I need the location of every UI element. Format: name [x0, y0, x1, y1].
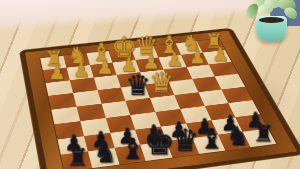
square-g8: ♞	[88, 148, 119, 168]
square-h5	[51, 107, 80, 124]
piece-white-queen-d4: ♛	[149, 69, 174, 97]
square-c3	[163, 67, 192, 82]
photo-scene: ♜♞♝♚♛♝♞♜♟♟♟♟♟♟♟♟♛♛♟♟♟♟♟♟♟♟♜♞♝♚♛♝♞♜	[0, 0, 300, 169]
square-d5	[150, 95, 180, 112]
square-f5	[101, 101, 130, 118]
piece-white-pawn-h2: ♟	[49, 62, 66, 81]
square-d1: ♛	[131, 46, 158, 60]
square-c1: ♝	[153, 43, 180, 57]
piece-black-king-e8: ♚	[144, 126, 175, 160]
piece-white-king-e1: ♚	[111, 33, 137, 62]
square-f1: ♝	[86, 51, 113, 65]
square-g3	[70, 77, 98, 93]
square-e1: ♚	[109, 48, 136, 62]
piece-black-knight-g8: ♞	[93, 140, 117, 167]
chess-board-wrap: ♜♞♝♚♛♝♞♜♟♟♟♟♟♟♟♟♛♛♟♟♟♟♟♟♟♟♜♞♝♚♛♝♞♜	[36, 0, 264, 169]
square-e8: ♚	[141, 142, 173, 161]
square-c4	[169, 79, 198, 95]
square-h2: ♟	[43, 68, 70, 83]
potted-plant	[248, 0, 300, 50]
square-a3	[209, 62, 238, 77]
piece-black-rook-a8: ♜	[253, 122, 274, 146]
piece-white-pawn-c2: ♟	[166, 50, 183, 69]
piece-black-knight-b8: ♞	[226, 123, 249, 149]
board-grid: ♜♞♝♚♛♝♞♜♟♟♟♟♟♟♟♟♛♛♟♟♟♟♟♟♟♟♜♞♝♚♛♝♞♜	[40, 39, 276, 169]
piece-white-bishop-c1: ♝	[158, 33, 180, 57]
piece-white-rook-a1: ♜	[205, 31, 223, 51]
square-h1: ♜	[40, 56, 66, 71]
piece-black-rook-h8: ♜	[67, 146, 89, 169]
square-f3	[93, 75, 121, 91]
piece-white-queen-d1: ♛	[135, 33, 158, 59]
square-b3	[186, 64, 215, 79]
square-b1: ♞	[175, 41, 203, 55]
piece-white-pawn-f2: ♟	[96, 57, 113, 76]
piece-white-rook-h1: ♜	[45, 48, 64, 69]
piece-black-queen-e4: ♛	[125, 72, 150, 100]
square-h8: ♜	[61, 152, 92, 169]
square-g2: ♟	[66, 65, 93, 80]
piece-white-bishop-f1: ♝	[90, 40, 112, 65]
square-b5	[198, 89, 228, 105]
square-a4	[215, 74, 245, 90]
piece-black-bishop-c8: ♝	[199, 125, 224, 153]
square-h3	[46, 80, 73, 96]
square-b4	[192, 77, 222, 93]
piece-white-knight-b1: ♞	[182, 32, 202, 54]
chess-board: ♜♞♝♚♛♝♞♜♟♟♟♟♟♟♟♟♛♛♟♟♟♟♟♟♟♟♜♞♝♚♛♝♞♜	[25, 31, 297, 169]
square-f2: ♟	[90, 62, 117, 77]
square-h4	[48, 93, 76, 110]
piece-white-pawn-b2: ♟	[189, 47, 206, 66]
square-a2: ♟	[203, 50, 231, 64]
piece-black-queen-d8: ♛	[172, 126, 199, 157]
piece-white-pawn-a2: ♟	[211, 45, 228, 64]
square-c2: ♟	[158, 55, 186, 70]
piece-white-pawn-g2: ♟	[73, 60, 90, 79]
square-f8: ♝	[114, 145, 146, 165]
plant-pot	[256, 16, 287, 41]
plant-soil	[259, 17, 284, 23]
square-a1: ♜	[197, 39, 225, 53]
square-g1: ♞	[63, 53, 89, 67]
square-e4: ♛	[121, 85, 150, 101]
plant-leaf	[258, 3, 274, 14]
piece-black-bishop-f8: ♝	[119, 135, 145, 164]
square-f4	[97, 88, 126, 104]
square-b2: ♟	[181, 52, 209, 66]
piece-white-knight-g1: ♞	[68, 44, 88, 67]
square-a5	[222, 87, 253, 103]
